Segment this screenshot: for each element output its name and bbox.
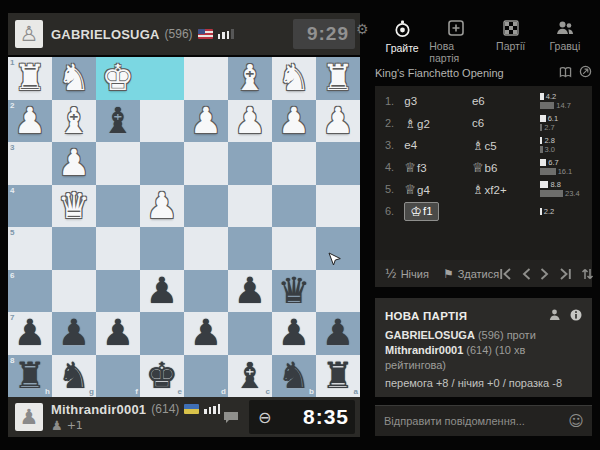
- signal-bars-icon: [218, 29, 234, 39]
- square-e3[interactable]: [140, 142, 184, 185]
- square-f5[interactable]: [96, 227, 140, 270]
- square-b7[interactable]: ♟: [272, 312, 316, 355]
- tab-games[interactable]: Партії: [484, 20, 538, 60]
- queen-move-icon: ♕: [404, 182, 416, 197]
- player-silhouette-icon: [549, 307, 560, 325]
- offer-draw-button[interactable]: ½ Нічия: [385, 267, 429, 281]
- square-e6[interactable]: ♟: [140, 270, 184, 313]
- move-times: 6.716.1: [540, 158, 584, 176]
- square-h8[interactable]: 8h♜: [8, 355, 52, 398]
- move-row-1: 1.g3e64.214.7: [375, 90, 592, 112]
- move-times: 2.83.0: [540, 136, 584, 154]
- square-f2[interactable]: ♝: [96, 100, 140, 143]
- black-pawn-e6[interactable]: ♟: [140, 270, 184, 313]
- black-rook-a8[interactable]: ♜: [316, 355, 360, 398]
- square-a1[interactable]: ♜: [316, 57, 360, 100]
- top-player-clock: 9:29: [293, 19, 355, 49]
- square-a8[interactable]: a♜: [316, 355, 360, 398]
- white-move[interactable]: ♔f1: [404, 202, 472, 221]
- white-pawn-h2[interactable]: ♟: [8, 100, 52, 143]
- square-h3[interactable]: 3: [8, 142, 52, 185]
- opening-book-icon[interactable]: [559, 64, 572, 82]
- bottom-player-rating: (614): [151, 402, 179, 416]
- file-label-f: f: [135, 387, 138, 396]
- game-action-bar: ½ Нічия ⚑ Здатися: [375, 260, 592, 287]
- black-pawn-f7[interactable]: ♟: [96, 312, 140, 355]
- square-b5[interactable]: [272, 227, 316, 270]
- square-b8[interactable]: b♞: [272, 355, 316, 398]
- square-h2[interactable]: 2♟: [8, 100, 52, 143]
- resign-button[interactable]: ⚑ Здатися: [443, 267, 499, 281]
- circled-minus-icon[interactable]: ⊖: [258, 408, 271, 427]
- stopwatch-icon: [394, 20, 411, 38]
- white-pawn-b2[interactable]: ♟: [272, 100, 316, 143]
- game-info-panel: НОВА ПАРТІЯ GABRIELOSUGA (596) проти Mit…: [375, 298, 592, 397]
- square-b1[interactable]: ♞: [272, 57, 316, 100]
- move-times: 2.2: [540, 207, 584, 216]
- square-h5[interactable]: 5: [8, 227, 52, 270]
- smiley-icon[interactable]: ☺: [568, 412, 584, 430]
- black-pawn-g7[interactable]: ♟: [52, 312, 96, 355]
- square-h4[interactable]: 4: [8, 185, 52, 228]
- ukraine-flag-icon: [184, 404, 199, 414]
- black-pawn-b7[interactable]: ♟: [272, 312, 316, 355]
- square-c1[interactable]: ♝: [228, 57, 272, 100]
- black-pawn-h7[interactable]: ♟: [8, 312, 52, 355]
- square-c5[interactable]: [228, 227, 272, 270]
- tab-label: Нова партія: [429, 40, 483, 64]
- bottom-player-name[interactable]: Mithrandir0001: [51, 402, 146, 417]
- half-point-icon: ½: [385, 267, 397, 281]
- opening-line: King's Fianchetto Opening: [375, 64, 592, 82]
- resign-flag-icon: ⚑: [443, 267, 454, 281]
- rank-label-3: 3: [10, 143, 14, 152]
- square-d2[interactable]: ♟: [184, 100, 228, 143]
- square-g4[interactable]: ♛: [52, 185, 96, 228]
- nav-last-move-button[interactable]: [559, 268, 572, 280]
- chat-bubble-icon[interactable]: [223, 411, 239, 424]
- top-clock-time: 9:29: [307, 23, 355, 45]
- square-g3[interactable]: ♟: [52, 142, 96, 185]
- square-d8[interactable]: d: [184, 355, 228, 398]
- square-g6[interactable]: [52, 270, 96, 313]
- square-g2[interactable]: ♝: [52, 100, 96, 143]
- white-move[interactable]: g3: [404, 95, 472, 107]
- material-count: +1: [67, 419, 83, 432]
- square-d5[interactable]: [184, 227, 228, 270]
- nav-first-move-button[interactable]: [499, 268, 512, 280]
- square-f8[interactable]: f: [96, 355, 140, 398]
- top-player-avatar[interactable]: ♙: [15, 20, 43, 48]
- square-c3[interactable]: [228, 142, 272, 185]
- square-e1[interactable]: [140, 57, 184, 100]
- white-pawn-e4[interactable]: ♟: [140, 185, 184, 228]
- square-a3[interactable]: [316, 142, 360, 185]
- move-row-4: 4.♕f3♕b66.716.1: [375, 156, 592, 178]
- file-label-d: d: [221, 387, 226, 396]
- plus-square-icon: [448, 20, 464, 36]
- pawn-avatar-icon: ♙: [20, 22, 39, 46]
- queen-move-icon: ♕: [472, 160, 484, 175]
- move-number: 4.: [385, 161, 404, 173]
- nav-next-move-button[interactable]: [540, 268, 550, 280]
- square-c2[interactable]: ♟: [228, 100, 272, 143]
- chess-board: 1♜♞♚♝♞♜2♟♝♝♟♟♟♟3♟4♛♟56♟♟♛7♟♟♟♟♟♟8h♜g♞fe♚…: [8, 57, 360, 397]
- move-number: 5.: [385, 183, 404, 195]
- square-g5[interactable]: [52, 227, 96, 270]
- square-c4[interactable]: [228, 185, 272, 228]
- black-king-e8[interactable]: ♚: [140, 355, 184, 398]
- square-c8[interactable]: c♝: [228, 355, 272, 398]
- square-b2[interactable]: ♟: [272, 100, 316, 143]
- black-pawn-c6[interactable]: ♟: [228, 270, 272, 313]
- tab-label: Партії: [496, 40, 525, 52]
- info-circle-icon[interactable]: [570, 307, 582, 325]
- square-e7[interactable]: [140, 312, 184, 355]
- board-grid-icon: [503, 20, 519, 36]
- square-d1[interactable]: [184, 57, 228, 100]
- tab-label: Грайте: [386, 42, 419, 54]
- bottom-clock-time: 8:35: [303, 405, 355, 429]
- tab-new-game[interactable]: Нова партія: [429, 20, 483, 60]
- analysis-circle-icon[interactable]: [579, 64, 592, 82]
- black-bishop-f2[interactable]: ♝: [96, 100, 140, 143]
- square-d6[interactable]: [184, 270, 228, 313]
- top-player-rating: (596): [165, 27, 193, 41]
- square-f7[interactable]: ♟: [96, 312, 140, 355]
- black-move[interactable]: ♗xf2+: [472, 182, 540, 197]
- square-a4[interactable]: [316, 185, 360, 228]
- square-e5[interactable]: [140, 227, 184, 270]
- square-a6[interactable]: [316, 270, 360, 313]
- square-d3[interactable]: [184, 142, 228, 185]
- white-bishop-c1[interactable]: ♝: [228, 57, 272, 100]
- bishop-move-icon: ♗: [404, 116, 416, 131]
- rank-label-5: 5: [10, 228, 14, 237]
- square-h1[interactable]: 1♜: [8, 57, 52, 100]
- captured-pawn-icon: ♟: [51, 418, 63, 433]
- square-d4[interactable]: [184, 185, 228, 228]
- us-flag-icon: [198, 29, 213, 39]
- square-h7[interactable]: 7♟: [8, 312, 52, 355]
- square-a2[interactable]: ♟: [316, 100, 360, 143]
- bottom-player-avatar[interactable]: ♟: [15, 403, 43, 431]
- top-player-name[interactable]: GABRIELOSUGA: [51, 27, 160, 42]
- black-move[interactable]: ♕b6: [472, 160, 540, 175]
- move-number: 3.: [385, 139, 404, 151]
- bishop-move-icon: ♗: [472, 138, 484, 153]
- square-e8[interactable]: e♚: [140, 355, 184, 398]
- square-e2[interactable]: [140, 100, 184, 143]
- top-player-bar: ♙ GABRIELOSUGA (596) 9:29: [8, 13, 360, 55]
- move-row-2: 2.♗g2c66.12.7: [375, 112, 592, 134]
- move-times: 4.214.7: [540, 92, 584, 110]
- white-move[interactable]: ♗g2: [404, 116, 472, 131]
- tab-label: Гравці: [550, 40, 581, 52]
- square-b6[interactable]: ♛: [272, 270, 316, 313]
- square-f4[interactable]: [96, 185, 140, 228]
- white-bishop-g2[interactable]: ♝: [52, 100, 96, 143]
- black-pawn-d7[interactable]: ♟: [184, 312, 228, 355]
- rank-label-6: 6: [10, 271, 14, 280]
- move-row-5: 5.♕g4♗xf2+8.823.4: [375, 178, 592, 200]
- square-f1[interactable]: ♚: [96, 57, 140, 100]
- white-move[interactable]: ♕f3: [404, 160, 472, 175]
- white-rook-a1[interactable]: ♜: [316, 57, 360, 100]
- move-number: 2.: [385, 117, 404, 129]
- players-icon: [556, 20, 574, 36]
- black-queen-b6[interactable]: ♛: [272, 270, 316, 313]
- square-c7[interactable]: [228, 312, 272, 355]
- white-move[interactable]: e4: [404, 139, 472, 151]
- black-knight-b8[interactable]: ♞: [272, 355, 316, 398]
- square-b4[interactable]: [272, 185, 316, 228]
- white-pawn-d2[interactable]: ♟: [184, 100, 228, 143]
- black-pawn-a7[interactable]: ♟: [316, 312, 360, 355]
- white-pawn-a2[interactable]: ♟: [316, 100, 360, 143]
- square-b3[interactable]: [272, 142, 316, 185]
- chat-box: ☺: [375, 405, 592, 436]
- move-times: 6.12.7: [540, 114, 584, 132]
- black-bishop-c8[interactable]: ♝: [228, 355, 272, 398]
- square-c6[interactable]: ♟: [228, 270, 272, 313]
- game-info-title: НОВА ПАРТІЯ: [385, 310, 467, 322]
- tab-play[interactable]: Грайте: [375, 20, 429, 60]
- white-pawn-g3[interactable]: ♟: [52, 142, 96, 185]
- signal-bars-icon: [204, 404, 220, 414]
- square-h6[interactable]: 6: [8, 270, 52, 313]
- move-number: 1.: [385, 95, 404, 107]
- black-knight-g8[interactable]: ♞: [52, 355, 96, 398]
- white-knight-b1[interactable]: ♞: [272, 57, 316, 100]
- sidebar-tabs: ГрайтеНова партіяПартіїГравці: [375, 20, 592, 60]
- white-king-f1[interactable]: ♚: [96, 57, 140, 100]
- square-a7[interactable]: ♟: [316, 312, 360, 355]
- square-f3[interactable]: [96, 142, 140, 185]
- white-rook-h1[interactable]: ♜: [8, 57, 52, 100]
- square-g8[interactable]: g♞: [52, 355, 96, 398]
- white-queen-g4[interactable]: ♛: [52, 185, 96, 228]
- game-info-score: перемога +8 / нічия +0 / поразка -8: [385, 376, 582, 391]
- white-pawn-c2[interactable]: ♟: [228, 100, 272, 143]
- white-knight-g1[interactable]: ♞: [52, 57, 96, 100]
- bottom-player-clock: ⊖ 8:35: [249, 400, 355, 434]
- move-list: 1.g3e64.214.72.♗g2c66.12.73.e4♗c52.83.04…: [375, 86, 592, 260]
- square-e4[interactable]: ♟: [140, 185, 184, 228]
- bishop-move-icon: ♗: [472, 182, 484, 197]
- move-number: 6.: [385, 205, 404, 217]
- nav-prev-move-button[interactable]: [521, 268, 531, 280]
- black-move[interactable]: c6: [472, 117, 540, 129]
- flip-board-icon[interactable]: [581, 268, 594, 280]
- move-times: 8.823.4: [540, 180, 584, 198]
- bottom-player-bar: ♟ Mithrandir0001 (614) ♟ +1 ⊖ 8:35: [8, 397, 360, 437]
- opening-name: King's Fianchetto Opening: [375, 67, 504, 79]
- square-f6[interactable]: [96, 270, 140, 313]
- black-move[interactable]: e6: [472, 95, 540, 107]
- king-move-icon: ♔: [410, 204, 422, 219]
- chat-message-input[interactable]: [375, 415, 568, 427]
- white-move[interactable]: ♕g4: [404, 182, 472, 197]
- pawn-avatar-icon: ♟: [20, 405, 39, 429]
- square-a5[interactable]: [316, 227, 360, 270]
- tab-players[interactable]: Гравці: [538, 20, 592, 60]
- move-row-3: 3.e4♗c52.83.0: [375, 134, 592, 156]
- move-row-6: 6.♔f12.2: [375, 200, 592, 222]
- material-advantage: ♟ +1: [51, 418, 223, 433]
- board-settings-gear-icon[interactable]: ⚙: [356, 21, 369, 37]
- square-g1[interactable]: ♞: [52, 57, 96, 100]
- black-move[interactable]: ♗c5: [472, 138, 540, 153]
- black-rook-h8[interactable]: ♜: [8, 355, 52, 398]
- square-g7[interactable]: ♟: [52, 312, 96, 355]
- square-d7[interactable]: ♟: [184, 312, 228, 355]
- queen-move-icon: ♕: [404, 160, 416, 175]
- lichess-game-page: { "game": "chess", "position": { "fen": …: [0, 0, 600, 450]
- game-info-players: GABRIELOSUGA (596) проти Mithrandir0001 …: [385, 328, 582, 373]
- rank-label-4: 4: [10, 186, 14, 195]
